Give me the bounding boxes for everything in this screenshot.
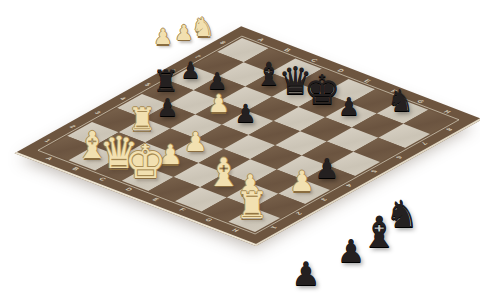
piece-white-pawn-c5: ♟ [208, 92, 230, 116]
captured-white-pawn: ♟ [154, 26, 173, 47]
captured-black-bishop: ♝ [360, 211, 399, 254]
piece-white-king-d1: ♚ [125, 139, 167, 186]
piece-white-rook-h1: ♜ [235, 189, 268, 226]
captured-black-pawn: ♟ [291, 258, 320, 291]
captured-white-knight: ♞ [191, 14, 214, 40]
rank-label-7-right: 7 [405, 135, 443, 151]
captured-black-pawn: ♟ [337, 236, 365, 268]
piece-white-pawn-h3: ♟ [289, 168, 314, 196]
chess-set-photo: AABBCCDDEEFFGGHH1122334455667788 ♚♛♝♝♜♜♟… [0, 0, 480, 296]
rank-label-5-right: 5 [355, 163, 393, 179]
piece-black-pawn-h4: ♟ [315, 155, 340, 183]
captured-white-pawn: ♟ [175, 23, 194, 44]
rank-label-8-right: 8 [430, 121, 468, 137]
piece-black-pawn-d5: ♟ [234, 102, 256, 127]
piece-black-pawn-f7: ♟ [338, 95, 360, 120]
piece-white-pawn-d3: ♟ [184, 129, 208, 155]
piece-black-pawn-a6: ♟ [180, 59, 200, 82]
piece-black-king-e7: ♚ [304, 71, 341, 112]
piece-black-pawn-b4: ♟ [156, 96, 178, 121]
rank-label-6-right: 6 [380, 149, 418, 165]
rank-label-2-right: 2 [280, 205, 318, 221]
piece-black-knight-g8: ♞ [387, 86, 414, 117]
